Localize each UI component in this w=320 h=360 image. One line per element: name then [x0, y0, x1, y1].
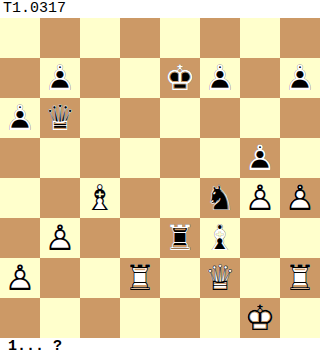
square-a5[interactable]	[0, 138, 40, 178]
black-pawn-icon: ♟	[40, 58, 80, 98]
square-c2[interactable]	[80, 258, 120, 298]
square-d5[interactable]	[120, 138, 160, 178]
square-a6[interactable]: ♟♙	[0, 98, 40, 138]
square-b7[interactable]: ♟♙	[40, 58, 80, 98]
square-e5[interactable]	[160, 138, 200, 178]
puzzle-window: T1.0317 ♟♙♚♔♟♙♟♙♟♙♛♕♟♙♝♗♞♘♟♙♟♙♟♙♜♖♝♗♟♙♜♖…	[0, 0, 320, 360]
square-f5[interactable]	[200, 138, 240, 178]
square-d1[interactable]	[120, 298, 160, 338]
square-a7[interactable]	[0, 58, 40, 98]
square-a1[interactable]	[0, 298, 40, 338]
square-b1[interactable]	[40, 298, 80, 338]
white-pawn-icon: ♟	[280, 178, 320, 218]
square-h8[interactable]	[280, 18, 320, 58]
white-queen-outline-icon: ♕	[200, 258, 240, 298]
black-king-outline-icon: ♔	[160, 58, 200, 98]
black-pawn-icon: ♟	[200, 58, 240, 98]
black-pawn-icon: ♟	[280, 58, 320, 98]
black-pawn-outline-icon: ♙	[40, 58, 80, 98]
square-b5[interactable]	[40, 138, 80, 178]
square-b2[interactable]	[40, 258, 80, 298]
square-e6[interactable]	[160, 98, 200, 138]
square-e2[interactable]	[160, 258, 200, 298]
square-d8[interactable]	[120, 18, 160, 58]
square-c3[interactable]	[80, 218, 120, 258]
black-rook-icon: ♜	[160, 218, 200, 258]
square-b8[interactable]	[40, 18, 80, 58]
black-pawn-outline-icon: ♙	[200, 58, 240, 98]
black-pawn-icon: ♟	[240, 138, 280, 178]
square-f7[interactable]: ♟♙	[200, 58, 240, 98]
white-pawn-icon: ♟	[40, 218, 80, 258]
black-pawn-outline-icon: ♙	[0, 98, 40, 138]
square-g1[interactable]: ♚♔	[240, 298, 280, 338]
square-f6[interactable]	[200, 98, 240, 138]
square-h7[interactable]: ♟♙	[280, 58, 320, 98]
white-pawn-icon: ♟	[240, 178, 280, 218]
square-e4[interactable]	[160, 178, 200, 218]
square-f1[interactable]	[200, 298, 240, 338]
white-bishop-outline-icon: ♗	[80, 178, 120, 218]
square-d2[interactable]: ♜♖	[120, 258, 160, 298]
square-b3[interactable]: ♟♙	[40, 218, 80, 258]
square-g8[interactable]	[240, 18, 280, 58]
square-h3[interactable]	[280, 218, 320, 258]
square-g3[interactable]	[240, 218, 280, 258]
square-h5[interactable]	[280, 138, 320, 178]
square-c5[interactable]	[80, 138, 120, 178]
white-rook-icon: ♜	[280, 258, 320, 298]
square-d3[interactable]	[120, 218, 160, 258]
square-h6[interactable]	[280, 98, 320, 138]
square-f2[interactable]: ♛♕	[200, 258, 240, 298]
square-d7[interactable]	[120, 58, 160, 98]
square-b6[interactable]: ♛♕	[40, 98, 80, 138]
square-c7[interactable]	[80, 58, 120, 98]
black-queen-icon: ♛	[40, 98, 80, 138]
white-pawn-outline-icon: ♙	[240, 178, 280, 218]
black-rook-outline-icon: ♖	[160, 218, 200, 258]
black-knight-outline-icon: ♘	[200, 178, 240, 218]
white-bishop-icon: ♝	[80, 178, 120, 218]
white-pawn-outline-icon: ♙	[0, 258, 40, 298]
square-c8[interactable]	[80, 18, 120, 58]
square-f3[interactable]: ♝♗	[200, 218, 240, 258]
square-d4[interactable]	[120, 178, 160, 218]
square-a4[interactable]	[0, 178, 40, 218]
square-c6[interactable]	[80, 98, 120, 138]
white-queen-icon: ♛	[200, 258, 240, 298]
square-g4[interactable]: ♟♙	[240, 178, 280, 218]
square-c4[interactable]: ♝♗	[80, 178, 120, 218]
square-e1[interactable]	[160, 298, 200, 338]
square-f8[interactable]	[200, 18, 240, 58]
white-pawn-outline-icon: ♙	[280, 178, 320, 218]
black-king-icon: ♚	[160, 58, 200, 98]
square-g2[interactable]	[240, 258, 280, 298]
puzzle-id: T1.0317	[0, 0, 320, 18]
black-pawn-outline-icon: ♙	[280, 58, 320, 98]
square-e7[interactable]: ♚♔	[160, 58, 200, 98]
white-pawn-icon: ♟	[0, 258, 40, 298]
black-pawn-outline-icon: ♙	[240, 138, 280, 178]
square-d6[interactable]	[120, 98, 160, 138]
square-g5[interactable]: ♟♙	[240, 138, 280, 178]
square-g7[interactable]	[240, 58, 280, 98]
square-f4[interactable]: ♞♘	[200, 178, 240, 218]
square-h2[interactable]: ♜♖	[280, 258, 320, 298]
square-e8[interactable]	[160, 18, 200, 58]
square-a8[interactable]	[0, 18, 40, 58]
white-rook-outline-icon: ♖	[120, 258, 160, 298]
black-queen-outline-icon: ♕	[40, 98, 80, 138]
black-bishop-outline-icon: ♗	[200, 218, 240, 258]
white-pawn-outline-icon: ♙	[40, 218, 80, 258]
white-king-icon: ♚	[240, 298, 280, 338]
square-e3[interactable]: ♜♖	[160, 218, 200, 258]
black-knight-icon: ♞	[200, 178, 240, 218]
white-king-outline-icon: ♔	[240, 298, 280, 338]
square-b4[interactable]	[40, 178, 80, 218]
white-rook-outline-icon: ♖	[280, 258, 320, 298]
black-pawn-icon: ♟	[0, 98, 40, 138]
black-bishop-icon: ♝	[200, 218, 240, 258]
chess-board: ♟♙♚♔♟♙♟♙♟♙♛♕♟♙♝♗♞♘♟♙♟♙♟♙♜♖♝♗♟♙♜♖♛♕♜♖♚♔	[0, 18, 320, 338]
square-a3[interactable]	[0, 218, 40, 258]
square-c1[interactable]	[80, 298, 120, 338]
square-h1[interactable]	[280, 298, 320, 338]
square-g6[interactable]	[240, 98, 280, 138]
square-a2[interactable]: ♟♙	[0, 258, 40, 298]
white-rook-icon: ♜	[120, 258, 160, 298]
move-prompt: 1... ?	[0, 338, 320, 360]
square-h4[interactable]: ♟♙	[280, 178, 320, 218]
